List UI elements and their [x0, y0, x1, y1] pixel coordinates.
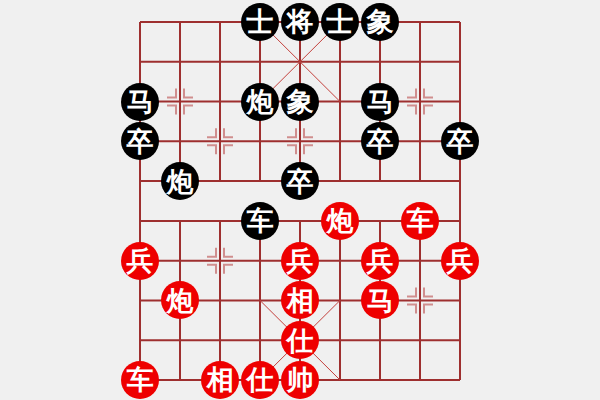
intersection-a6[interactable]: 兵	[120, 241, 160, 281]
intersection-g0[interactable]: 象	[360, 2, 400, 42]
intersection-i1[interactable]	[440, 42, 480, 82]
intersection-i9[interactable]	[440, 360, 480, 400]
intersection-f4[interactable]	[320, 161, 360, 201]
intersection-d2[interactable]: 炮	[240, 82, 280, 122]
intersection-g6[interactable]: 兵	[360, 241, 400, 281]
intersection-a8[interactable]	[120, 320, 160, 360]
piece-black-soldier[interactable]: 卒	[361, 122, 399, 160]
piece-red-soldier[interactable]: 兵	[281, 242, 319, 280]
piece-red-chariot[interactable]: 车	[121, 361, 159, 399]
intersection-f8[interactable]	[320, 320, 360, 360]
piece-black-cannon[interactable]: 炮	[241, 83, 279, 121]
intersection-e8[interactable]: 仕	[280, 320, 320, 360]
intersection-c5[interactable]	[200, 201, 240, 241]
intersection-i3[interactable]: 卒	[440, 121, 480, 161]
intersection-c1[interactable]	[200, 42, 240, 82]
piece-black-elephant[interactable]: 象	[281, 83, 319, 121]
intersection-f9[interactable]	[320, 360, 360, 400]
intersection-a7[interactable]	[120, 280, 160, 320]
intersection-g1[interactable]	[360, 42, 400, 82]
intersection-h2[interactable]	[400, 82, 440, 122]
intersection-f0[interactable]: 士	[320, 2, 360, 42]
intersection-e3[interactable]	[280, 121, 320, 161]
intersection-a9[interactable]: 车	[120, 360, 160, 400]
intersection-e0[interactable]: 将	[280, 2, 320, 42]
intersection-g8[interactable]	[360, 320, 400, 360]
intersection-a5[interactable]	[120, 201, 160, 241]
intersection-e5[interactable]	[280, 201, 320, 241]
piece-red-soldier[interactable]: 兵	[441, 242, 479, 280]
intersection-g2[interactable]: 马	[360, 82, 400, 122]
intersection-i0[interactable]	[440, 2, 480, 42]
intersection-c4[interactable]	[200, 161, 240, 201]
intersection-f7[interactable]	[320, 280, 360, 320]
intersection-h9[interactable]	[400, 360, 440, 400]
intersection-f5[interactable]: 炮	[320, 201, 360, 241]
intersection-e6[interactable]: 兵	[280, 241, 320, 281]
intersection-c7[interactable]	[200, 280, 240, 320]
intersection-d5[interactable]: 车	[240, 201, 280, 241]
intersection-d3[interactable]	[240, 121, 280, 161]
piece-red-cannon[interactable]: 炮	[161, 281, 199, 319]
intersection-g4[interactable]	[360, 161, 400, 201]
intersection-i4[interactable]	[440, 161, 480, 201]
piece-red-elephant[interactable]: 相	[201, 361, 239, 399]
intersection-a4[interactable]	[120, 161, 160, 201]
intersection-e4[interactable]: 卒	[280, 161, 320, 201]
intersection-e9[interactable]: 帅	[280, 360, 320, 400]
piece-black-cannon[interactable]: 炮	[161, 162, 199, 200]
intersection-a0[interactable]	[120, 2, 160, 42]
piece-black-advisor[interactable]: 士	[241, 3, 279, 41]
intersection-b1[interactable]	[160, 42, 200, 82]
piece-red-cannon[interactable]: 炮	[321, 202, 359, 240]
intersection-i2[interactable]	[440, 82, 480, 122]
intersection-b9[interactable]	[160, 360, 200, 400]
intersection-b2[interactable]	[160, 82, 200, 122]
piece-red-advisor[interactable]: 仕	[241, 361, 279, 399]
intersection-i6[interactable]: 兵	[440, 241, 480, 281]
intersection-b7[interactable]: 炮	[160, 280, 200, 320]
intersection-c8[interactable]	[200, 320, 240, 360]
intersection-f1[interactable]	[320, 42, 360, 82]
intersection-d1[interactable]	[240, 42, 280, 82]
intersection-h7[interactable]	[400, 280, 440, 320]
intersection-i5[interactable]	[440, 201, 480, 241]
piece-black-advisor[interactable]: 士	[321, 3, 359, 41]
intersection-g3[interactable]: 卒	[360, 121, 400, 161]
piece-black-soldier[interactable]: 卒	[281, 162, 319, 200]
intersection-h5[interactable]: 车	[400, 201, 440, 241]
intersection-d8[interactable]	[240, 320, 280, 360]
intersection-d7[interactable]	[240, 280, 280, 320]
intersection-i8[interactable]	[440, 320, 480, 360]
intersection-g7[interactable]: 马	[360, 280, 400, 320]
piece-black-horse[interactable]: 马	[121, 83, 159, 121]
piece-red-soldier[interactable]: 兵	[121, 242, 159, 280]
intersection-i7[interactable]	[440, 280, 480, 320]
intersection-a2[interactable]: 马	[120, 82, 160, 122]
intersection-f2[interactable]	[320, 82, 360, 122]
intersection-g9[interactable]	[360, 360, 400, 400]
piece-black-general[interactable]: 将	[281, 3, 319, 41]
piece-red-elephant[interactable]: 相	[281, 281, 319, 319]
piece-black-elephant[interactable]: 象	[361, 3, 399, 41]
intersection-h3[interactable]	[400, 121, 440, 161]
piece-red-horse[interactable]: 马	[361, 281, 399, 319]
intersection-e1[interactable]	[280, 42, 320, 82]
intersection-f6[interactable]	[320, 241, 360, 281]
piece-black-soldier[interactable]: 卒	[441, 122, 479, 160]
piece-red-general[interactable]: 帅	[281, 361, 319, 399]
intersection-h6[interactable]	[400, 241, 440, 281]
intersection-b4[interactable]: 炮	[160, 161, 200, 201]
intersection-h8[interactable]	[400, 320, 440, 360]
intersection-a3[interactable]: 卒	[120, 121, 160, 161]
intersection-b3[interactable]	[160, 121, 200, 161]
intersection-c6[interactable]	[200, 241, 240, 281]
piece-red-advisor[interactable]: 仕	[281, 321, 319, 359]
piece-black-horse[interactable]: 马	[361, 83, 399, 121]
piece-red-chariot[interactable]: 车	[401, 202, 439, 240]
xiangqi-board: 士将士象马炮象马卒卒卒炮卒车炮车兵兵兵兵炮相马仕车相仕帅	[0, 0, 600, 400]
intersection-e2[interactable]: 象	[280, 82, 320, 122]
intersection-d4[interactable]	[240, 161, 280, 201]
intersection-c9[interactable]: 相	[200, 360, 240, 400]
intersection-c0[interactable]	[200, 2, 240, 42]
intersection-f3[interactable]	[320, 121, 360, 161]
intersection-b6[interactable]	[160, 241, 200, 281]
intersection-e7[interactable]: 相	[280, 280, 320, 320]
piece-red-soldier[interactable]: 兵	[361, 242, 399, 280]
intersection-h4[interactable]	[400, 161, 440, 201]
intersection-b5[interactable]	[160, 201, 200, 241]
intersection-d9[interactable]: 仕	[240, 360, 280, 400]
intersection-a1[interactable]	[120, 42, 160, 82]
intersection-c3[interactable]	[200, 121, 240, 161]
intersection-b8[interactable]	[160, 320, 200, 360]
intersection-d6[interactable]	[240, 241, 280, 281]
board-grid: 士将士象马炮象马卒卒卒炮卒车炮车兵兵兵兵炮相马仕车相仕帅	[120, 2, 480, 400]
piece-black-chariot[interactable]: 车	[241, 202, 279, 240]
intersection-h1[interactable]	[400, 42, 440, 82]
intersection-c2[interactable]	[200, 82, 240, 122]
piece-black-soldier[interactable]: 卒	[121, 122, 159, 160]
intersection-d0[interactable]: 士	[240, 2, 280, 42]
intersection-h0[interactable]	[400, 2, 440, 42]
intersection-b0[interactable]	[160, 2, 200, 42]
intersection-g5[interactable]	[360, 201, 400, 241]
